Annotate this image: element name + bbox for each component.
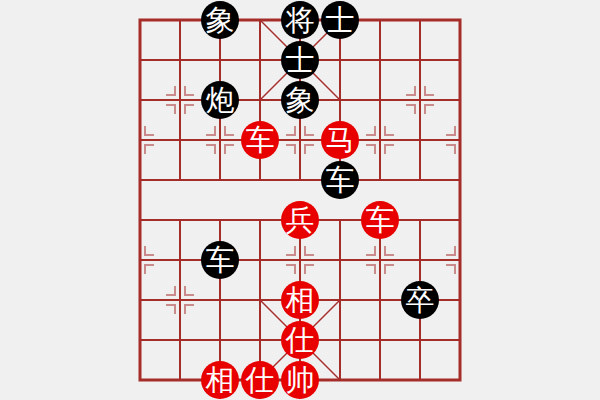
piece-red-horse[interactable]: 马: [321, 121, 359, 159]
xiangqi-board: 象将士士炮象车马车兵车车相卒仕相仕帅: [120, 0, 480, 400]
board-cell: 炮: [200, 80, 240, 120]
board-cell: 马: [320, 120, 360, 160]
board-piece-grid: 象将士士炮象车马车兵车车相卒仕相仕帅: [120, 0, 480, 400]
board-cell: 帅: [280, 360, 320, 400]
board-cell: 相: [280, 280, 320, 320]
board-cell: 车: [200, 240, 240, 280]
board-cell: 士: [280, 40, 320, 80]
piece-red-chariot[interactable]: 车: [361, 201, 399, 239]
piece-black-chariot[interactable]: 车: [321, 161, 359, 199]
board-cell: 象: [200, 0, 240, 40]
board-cell: 相: [200, 360, 240, 400]
piece-black-advisor[interactable]: 士: [321, 1, 359, 39]
piece-red-elephant[interactable]: 相: [201, 361, 239, 399]
board-cell: 将: [280, 0, 320, 40]
piece-black-chariot[interactable]: 车: [201, 241, 239, 279]
board-cell: 仕: [280, 320, 320, 360]
xiangqi-screenshot: 象将士士炮象车马车兵车车相卒仕相仕帅: [0, 0, 600, 400]
piece-black-cannon[interactable]: 炮: [201, 81, 239, 119]
board-cell: 兵: [280, 200, 320, 240]
piece-black-elephant[interactable]: 象: [281, 81, 319, 119]
piece-black-elephant[interactable]: 象: [201, 1, 239, 39]
piece-black-general[interactable]: 将: [281, 1, 319, 39]
piece-black-advisor[interactable]: 士: [281, 41, 319, 79]
piece-red-general[interactable]: 帅: [281, 361, 319, 399]
piece-black-soldier[interactable]: 卒: [401, 281, 439, 319]
board-cell: 仕: [240, 360, 280, 400]
piece-red-elephant[interactable]: 相: [281, 281, 319, 319]
board-cell: 士: [320, 0, 360, 40]
piece-red-chariot[interactable]: 车: [241, 121, 279, 159]
board-cell: 卒: [400, 280, 440, 320]
board-cell: 车: [320, 160, 360, 200]
piece-red-advisor[interactable]: 仕: [241, 361, 279, 399]
board-cell: 象: [280, 80, 320, 120]
board-cell: 车: [360, 200, 400, 240]
piece-red-advisor[interactable]: 仕: [281, 321, 319, 359]
piece-red-soldier[interactable]: 兵: [281, 201, 319, 239]
board-cell: 车: [240, 120, 280, 160]
